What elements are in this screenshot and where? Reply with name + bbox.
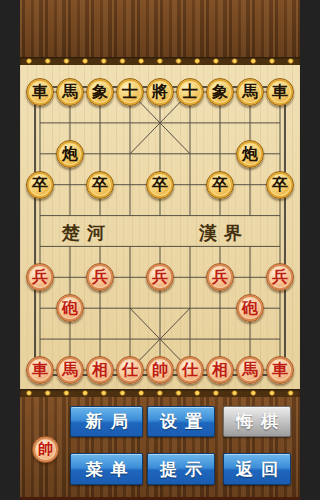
nail-strip-bottom (20, 389, 300, 397)
piece-black-cannon[interactable]: 炮 (56, 140, 84, 168)
piece-red-general[interactable]: 帥 (146, 356, 174, 384)
xiangqi-app: 楚河 漢界 車馬象士將士象馬車炮炮卒卒卒卒卒兵兵兵兵兵砲砲車馬相仕帥仕相馬車 帥… (20, 0, 300, 500)
button-hint[interactable]: 提示 (147, 453, 215, 485)
piece-black-advisor[interactable]: 士 (176, 78, 204, 106)
piece-red-horse[interactable]: 馬 (56, 356, 84, 384)
piece-black-advisor[interactable]: 士 (116, 78, 144, 106)
piece-red-horse[interactable]: 馬 (236, 356, 264, 384)
top-wood-frame (20, 0, 300, 57)
turn-indicator-red-general: 帥 (32, 436, 59, 463)
button-back[interactable]: 返回 (223, 453, 291, 485)
piece-red-elephant[interactable]: 相 (86, 356, 114, 384)
nail-strip-top (20, 57, 300, 65)
river-label-left: 楚河 (62, 221, 112, 245)
piece-black-soldier[interactable]: 卒 (86, 171, 114, 199)
piece-black-soldier[interactable]: 卒 (146, 171, 174, 199)
piece-red-chariot[interactable]: 車 (26, 356, 54, 384)
button-menu[interactable]: 菜单 (70, 453, 143, 485)
piece-black-cannon[interactable]: 炮 (236, 140, 264, 168)
piece-red-chariot[interactable]: 車 (266, 356, 294, 384)
xiangqi-board[interactable]: 楚河 漢界 車馬象士將士象馬車炮炮卒卒卒卒卒兵兵兵兵兵砲砲車馬相仕帥仕相馬車 (20, 65, 300, 389)
piece-red-advisor[interactable]: 仕 (116, 356, 144, 384)
piece-black-elephant[interactable]: 象 (206, 78, 234, 106)
piece-red-advisor[interactable]: 仕 (176, 356, 204, 384)
piece-black-general[interactable]: 將 (146, 78, 174, 106)
piece-black-chariot[interactable]: 車 (26, 78, 54, 106)
piece-red-elephant[interactable]: 相 (206, 356, 234, 384)
button-new-game[interactable]: 新局 (70, 406, 143, 437)
piece-black-horse[interactable]: 馬 (56, 78, 84, 106)
piece-black-soldier[interactable]: 卒 (266, 171, 294, 199)
piece-black-elephant[interactable]: 象 (86, 78, 114, 106)
button-undo[interactable]: 悔棋 (223, 406, 291, 437)
button-settings[interactable]: 设置 (147, 406, 215, 437)
piece-black-horse[interactable]: 馬 (236, 78, 264, 106)
piece-black-soldier[interactable]: 卒 (26, 171, 54, 199)
river-label-right: 漢界 (199, 221, 249, 245)
piece-black-chariot[interactable]: 車 (266, 78, 294, 106)
piece-black-soldier[interactable]: 卒 (206, 171, 234, 199)
